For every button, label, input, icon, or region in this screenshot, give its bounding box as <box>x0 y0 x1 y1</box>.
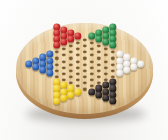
board-hole[interactable] <box>81 82 88 85</box>
board-hole[interactable] <box>95 69 102 72</box>
peg-yellow[interactable] <box>74 88 81 95</box>
board-hole[interactable] <box>95 63 102 66</box>
hole-dot <box>103 72 107 75</box>
board-hole[interactable] <box>53 100 60 103</box>
board-hole[interactable] <box>74 60 81 63</box>
board-hole[interactable] <box>53 69 60 72</box>
hole-dot <box>82 82 86 85</box>
board-hole[interactable] <box>81 57 88 60</box>
hole-dot <box>61 60 65 63</box>
board-hole[interactable] <box>67 69 74 72</box>
hole-dot <box>75 60 79 63</box>
board-hole[interactable] <box>123 69 130 72</box>
board-hole[interactable] <box>88 66 95 69</box>
hole-dot <box>89 60 93 63</box>
hole-dot <box>54 57 58 60</box>
board-hole[interactable] <box>74 35 81 38</box>
board-hole[interactable] <box>74 66 81 69</box>
board-hole[interactable] <box>60 41 67 44</box>
board-hole[interactable] <box>95 76 102 79</box>
board-hole[interactable] <box>74 91 81 94</box>
hole-dot <box>75 66 79 69</box>
hole-dot <box>82 76 86 79</box>
hole-dot <box>68 69 72 72</box>
board-hole[interactable] <box>102 48 109 51</box>
hole-dot <box>82 45 86 48</box>
hole-dot <box>103 60 107 63</box>
board-hole[interactable] <box>67 94 74 97</box>
hole-dot <box>89 72 93 75</box>
board-hole[interactable] <box>116 72 123 75</box>
board-hole[interactable] <box>67 45 74 48</box>
board-hole[interactable] <box>74 41 81 44</box>
board-hole[interactable] <box>67 51 74 54</box>
board-hole[interactable] <box>60 54 67 57</box>
board-hole[interactable] <box>102 72 109 75</box>
board-hole[interactable] <box>81 51 88 54</box>
board-hole[interactable] <box>60 48 67 51</box>
board-hole[interactable] <box>95 51 102 54</box>
board-hole[interactable] <box>60 72 67 75</box>
board-hole[interactable] <box>67 38 74 41</box>
hole-dot <box>75 72 79 75</box>
hole-dot <box>89 79 93 82</box>
board-hole[interactable] <box>88 72 95 75</box>
scene <box>0 0 168 140</box>
hole-dot <box>103 48 107 51</box>
hole-dot <box>89 48 93 51</box>
board-hole[interactable] <box>88 41 95 44</box>
board-hole[interactable] <box>81 76 88 79</box>
hole-dot <box>68 45 72 48</box>
board-hole[interactable] <box>46 72 53 75</box>
hole-dot <box>96 45 100 48</box>
board-hole[interactable] <box>81 63 88 66</box>
board-hole[interactable] <box>53 57 60 60</box>
hole-dot <box>54 63 58 66</box>
board-hole[interactable] <box>81 45 88 48</box>
peg-white[interactable] <box>130 63 137 70</box>
hole-dot <box>82 51 86 54</box>
hole-dot <box>68 57 72 60</box>
hole-dot <box>110 63 114 66</box>
hole-dot <box>61 72 65 75</box>
board-hole[interactable] <box>67 57 74 60</box>
hole-dot <box>96 76 100 79</box>
peg-white[interactable] <box>137 60 144 67</box>
hole-dot <box>110 51 114 54</box>
board-hole[interactable] <box>53 63 60 66</box>
board-hole[interactable] <box>137 63 144 66</box>
board-grid <box>25 26 144 103</box>
board-hole[interactable] <box>88 60 95 63</box>
board-hole[interactable] <box>81 38 88 41</box>
hole-dot <box>96 63 100 66</box>
hole-dot <box>89 41 93 44</box>
hole-dot <box>75 41 79 44</box>
hole-dot <box>82 69 86 72</box>
hole-dot <box>96 51 100 54</box>
board-hole[interactable] <box>102 54 109 57</box>
hole-dot <box>61 66 65 69</box>
board-hole[interactable] <box>67 76 74 79</box>
hole-dot <box>75 79 79 82</box>
hole-dot <box>61 48 65 51</box>
board-hole[interactable] <box>74 79 81 82</box>
board-hole[interactable] <box>88 54 95 57</box>
board-hole[interactable] <box>60 97 67 100</box>
hole-dot <box>68 51 72 54</box>
hole-dot <box>54 51 58 54</box>
hole-dot <box>61 54 65 57</box>
board-hole[interactable] <box>60 66 67 69</box>
hole-dot <box>96 69 100 72</box>
board-hole[interactable] <box>95 57 102 60</box>
board-hole[interactable] <box>109 45 116 48</box>
board-hole[interactable] <box>74 48 81 51</box>
hole-dot <box>110 69 114 72</box>
hole-dot <box>75 54 79 57</box>
peg-white[interactable] <box>116 70 123 77</box>
hole-dot <box>110 57 114 60</box>
hole-dot <box>54 69 58 72</box>
board-hole[interactable] <box>102 66 109 69</box>
hole-dot <box>82 38 86 41</box>
hole-dot <box>103 66 107 69</box>
board-hole[interactable] <box>95 45 102 48</box>
board-hole[interactable] <box>74 54 81 57</box>
hole-dot <box>82 57 86 60</box>
hole-dot <box>89 66 93 69</box>
hole-dot <box>82 63 86 66</box>
board-hole[interactable] <box>53 45 60 48</box>
board-hole[interactable] <box>88 79 95 82</box>
peg-white[interactable] <box>123 66 130 73</box>
hole-dot <box>68 63 72 66</box>
board-hole[interactable] <box>53 51 60 54</box>
hole-dot <box>68 76 72 79</box>
hole-dot <box>89 54 93 57</box>
hole-dot <box>75 48 79 51</box>
hole-dot <box>103 54 107 57</box>
peg-green[interactable] <box>109 42 116 49</box>
peg-yellow[interactable] <box>60 94 67 101</box>
board-hole[interactable] <box>74 72 81 75</box>
peg-yellow[interactable] <box>67 91 74 98</box>
hole-dot <box>96 57 100 60</box>
board-hole[interactable] <box>60 60 67 63</box>
board-hole[interactable] <box>81 69 88 72</box>
board-hole[interactable] <box>88 48 95 51</box>
hole-dot <box>82 88 86 91</box>
board-hole[interactable] <box>109 100 116 103</box>
board-hole[interactable] <box>130 66 137 69</box>
board-hole[interactable] <box>102 60 109 63</box>
board-hole[interactable] <box>67 63 74 66</box>
